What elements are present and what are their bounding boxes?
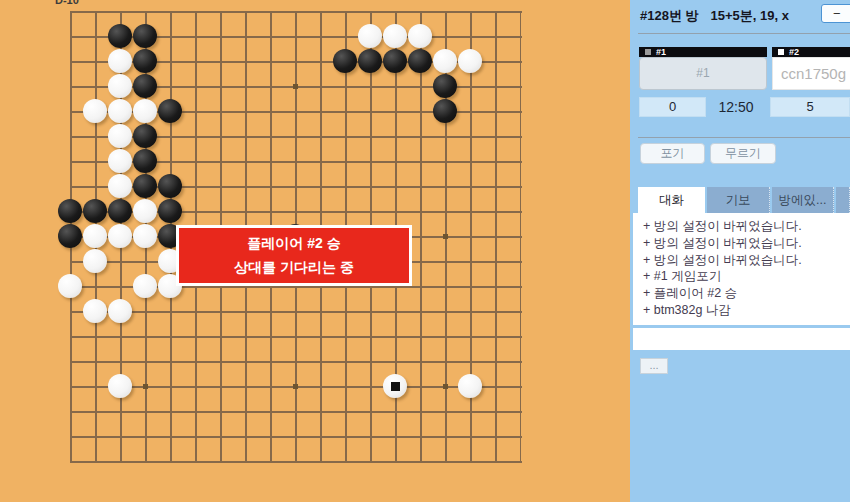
last-move-marker [391, 382, 400, 391]
black-stone [108, 199, 132, 223]
white-stone [108, 224, 132, 248]
black-stone [133, 124, 157, 148]
black-stone [433, 74, 457, 98]
divider [638, 33, 850, 34]
white-stone [108, 74, 132, 98]
white-stone [83, 224, 107, 248]
white-stone [133, 99, 157, 123]
player-2-id: #2 [789, 47, 799, 57]
tab-chat[interactable]: 대화 [638, 187, 705, 213]
white-stone [458, 374, 482, 398]
white-stone [458, 49, 482, 73]
white-stone [58, 274, 82, 298]
white-stone [108, 299, 132, 323]
player-1-id: #1 [656, 47, 666, 57]
result-text: 플레이어 #2 승 [179, 231, 409, 255]
star-point [143, 384, 148, 389]
black-stone [358, 49, 382, 73]
white-stone [108, 174, 132, 198]
black-stone [133, 49, 157, 73]
white-stone [108, 124, 132, 148]
chat-message: + 플레이어 #2 승 [643, 285, 850, 302]
game-clock: 12:50 [706, 97, 766, 117]
black-stone [58, 199, 82, 223]
tab-room-members[interactable]: 방에있... [772, 187, 834, 213]
waiting-text: 상대를 기다리는 중 [179, 255, 409, 279]
white-stone [408, 24, 432, 48]
go-board[interactable]: D-10 플레이어 #2 승 상대를 기다리는 중 [0, 0, 630, 502]
black-stone [133, 149, 157, 173]
game-result-banner: 플레이어 #2 승 상대를 기다리는 중 [176, 225, 412, 286]
room-title: #128번 방15+5분, 19, x [640, 7, 789, 25]
star-point [443, 234, 448, 239]
white-stone [133, 224, 157, 248]
white-stone [383, 374, 407, 398]
star-point [443, 384, 448, 389]
white-stone [83, 249, 107, 273]
player-2-stone-icon [778, 49, 784, 55]
player-1-header: #1 [639, 47, 767, 57]
player-1-score: 0 [639, 97, 706, 117]
black-stone [83, 199, 107, 223]
white-stone [83, 299, 107, 323]
chat-message: + #1 게임포기 [643, 268, 850, 285]
player-1-stone-icon [645, 49, 651, 55]
game-sidebar: #128번 방15+5분, 19, x − #1 #1 #2 ccn1750g … [630, 0, 850, 502]
black-stone [383, 49, 407, 73]
black-stone [108, 24, 132, 48]
white-stone [108, 49, 132, 73]
move-coordinate-label: D-10 [55, 0, 79, 6]
chat-message: + 방의 설정이 바뀌었습니다. [643, 252, 850, 269]
black-stone [158, 174, 182, 198]
divider [638, 137, 850, 138]
chat-message: + 방의 설정이 바뀌었습니다. [643, 218, 850, 235]
star-point [293, 84, 298, 89]
tab-clipped[interactable] [836, 187, 850, 213]
black-stone [133, 74, 157, 98]
black-stone [408, 49, 432, 73]
white-stone [133, 199, 157, 223]
white-stone [108, 99, 132, 123]
white-stone [358, 24, 382, 48]
room-number: #128번 방 [640, 8, 699, 23]
player-2-header: #2 [772, 47, 850, 57]
player-2-score: 5 [770, 97, 850, 117]
white-stone [133, 274, 157, 298]
black-stone [58, 224, 82, 248]
black-stone [158, 99, 182, 123]
resign-button[interactable]: 포기 [640, 143, 705, 164]
white-stone [108, 149, 132, 173]
black-stone [333, 49, 357, 73]
more-options-button[interactable]: ... [640, 358, 668, 374]
white-stone [83, 99, 107, 123]
star-point [293, 384, 298, 389]
black-stone [433, 99, 457, 123]
room-settings: 15+5분, 19, x [711, 8, 789, 23]
go-game-app: D-10 플레이어 #2 승 상대를 기다리는 중 #128번 방15+5분, … [0, 0, 850, 502]
chat-message: + 방의 설정이 바뀌었습니다. [643, 235, 850, 252]
tab-game-record[interactable]: 기보 [707, 187, 770, 213]
player-panel-1: #1 #1 [639, 47, 767, 90]
white-stone [108, 374, 132, 398]
player-panel-2: #2 ccn1750g [772, 47, 850, 90]
minimize-button[interactable]: − [821, 4, 850, 23]
black-stone [133, 24, 157, 48]
black-stone [133, 174, 157, 198]
white-stone [383, 24, 407, 48]
player-1-name[interactable]: #1 [639, 57, 767, 90]
white-stone [433, 49, 457, 73]
chat-message: + btm382g 나감 [643, 302, 850, 319]
undo-button[interactable]: 무르기 [710, 143, 776, 164]
black-stone [158, 199, 182, 223]
player-2-name[interactable]: ccn1750g [772, 57, 850, 90]
chat-messages: + 방의 설정이 바뀌었습니다.+ 방의 설정이 바뀌었습니다.+ 방의 설정이… [633, 213, 850, 325]
chat-input[interactable] [633, 328, 850, 350]
